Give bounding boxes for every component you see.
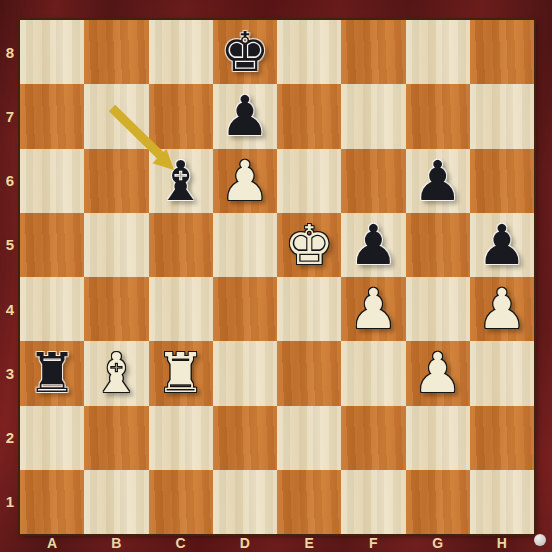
file-label-f: F	[341, 534, 405, 552]
rank-label-4: 4	[0, 277, 20, 341]
rank-label-1: 1	[0, 470, 20, 534]
piece-black-bishop[interactable]: ♝	[156, 149, 205, 213]
square-d7[interactable]: ♟	[213, 84, 277, 148]
chess-board[interactable]: ♚♟♝♟♟♚♟♟♟♟♜♝♜♟	[20, 20, 534, 534]
square-a4[interactable]	[20, 277, 84, 341]
file-label-g: G	[406, 534, 470, 552]
rank-label-3: 3	[0, 341, 20, 405]
square-f5[interactable]: ♟	[341, 213, 405, 277]
square-g7[interactable]	[406, 84, 470, 148]
square-b3[interactable]: ♝	[84, 341, 148, 405]
square-b1[interactable]	[84, 470, 148, 534]
square-g5[interactable]	[406, 213, 470, 277]
square-e8[interactable]	[277, 20, 341, 84]
square-c7[interactable]	[149, 84, 213, 148]
square-b8[interactable]	[84, 20, 148, 84]
square-h1[interactable]	[470, 470, 534, 534]
square-d6[interactable]: ♟	[213, 149, 277, 213]
square-d4[interactable]	[213, 277, 277, 341]
square-h2[interactable]	[470, 406, 534, 470]
piece-black-pawn[interactable]: ♟	[220, 84, 269, 148]
square-a7[interactable]	[20, 84, 84, 148]
corner-dot	[534, 534, 546, 546]
square-e2[interactable]	[277, 406, 341, 470]
square-d3[interactable]	[213, 341, 277, 405]
square-b5[interactable]	[84, 213, 148, 277]
square-g6[interactable]: ♟	[406, 149, 470, 213]
square-e4[interactable]	[277, 277, 341, 341]
square-c3[interactable]: ♜	[149, 341, 213, 405]
square-a3[interactable]: ♜	[20, 341, 84, 405]
square-g4[interactable]	[406, 277, 470, 341]
square-h5[interactable]: ♟	[470, 213, 534, 277]
square-g2[interactable]	[406, 406, 470, 470]
square-g8[interactable]	[406, 20, 470, 84]
piece-white-rook[interactable]: ♜	[156, 341, 205, 405]
square-e5[interactable]: ♚	[277, 213, 341, 277]
square-f8[interactable]	[341, 20, 405, 84]
piece-white-pawn[interactable]: ♟	[349, 277, 398, 341]
square-d8[interactable]: ♚	[213, 20, 277, 84]
square-c2[interactable]	[149, 406, 213, 470]
square-c1[interactable]	[149, 470, 213, 534]
square-e7[interactable]	[277, 84, 341, 148]
square-a5[interactable]	[20, 213, 84, 277]
square-h4[interactable]: ♟	[470, 277, 534, 341]
piece-white-bishop[interactable]: ♝	[92, 341, 141, 405]
square-d1[interactable]	[213, 470, 277, 534]
square-g3[interactable]: ♟	[406, 341, 470, 405]
square-h8[interactable]	[470, 20, 534, 84]
piece-black-rook[interactable]: ♜	[27, 341, 76, 405]
square-c5[interactable]	[149, 213, 213, 277]
piece-white-king[interactable]: ♚	[284, 213, 333, 277]
file-label-a: A	[20, 534, 84, 552]
file-label-d: D	[213, 534, 277, 552]
square-a2[interactable]	[20, 406, 84, 470]
square-e1[interactable]	[277, 470, 341, 534]
square-e6[interactable]	[277, 149, 341, 213]
square-a8[interactable]	[20, 20, 84, 84]
square-d2[interactable]	[213, 406, 277, 470]
square-g1[interactable]	[406, 470, 470, 534]
rank-label-8: 8	[0, 20, 20, 84]
piece-black-pawn[interactable]: ♟	[349, 213, 398, 277]
square-h7[interactable]	[470, 84, 534, 148]
square-f3[interactable]	[341, 341, 405, 405]
square-h6[interactable]	[470, 149, 534, 213]
piece-white-pawn[interactable]: ♟	[477, 277, 526, 341]
square-f6[interactable]	[341, 149, 405, 213]
piece-black-pawn[interactable]: ♟	[413, 149, 462, 213]
square-c8[interactable]	[149, 20, 213, 84]
square-f4[interactable]: ♟	[341, 277, 405, 341]
square-b2[interactable]	[84, 406, 148, 470]
rank-labels: 87654321	[0, 20, 20, 534]
file-label-h: H	[470, 534, 534, 552]
square-e3[interactable]	[277, 341, 341, 405]
square-f2[interactable]	[341, 406, 405, 470]
piece-white-pawn[interactable]: ♟	[413, 341, 462, 405]
square-b6[interactable]	[84, 149, 148, 213]
rank-label-7: 7	[0, 84, 20, 148]
square-c6[interactable]: ♝	[149, 149, 213, 213]
rank-label-5: 5	[0, 213, 20, 277]
square-b7[interactable]	[84, 84, 148, 148]
file-label-e: E	[277, 534, 341, 552]
piece-black-king[interactable]: ♚	[220, 20, 269, 84]
rank-label-2: 2	[0, 406, 20, 470]
file-label-c: C	[149, 534, 213, 552]
piece-black-pawn[interactable]: ♟	[477, 213, 526, 277]
square-d5[interactable]	[213, 213, 277, 277]
square-f7[interactable]	[341, 84, 405, 148]
square-c4[interactable]	[149, 277, 213, 341]
chess-diagram: 87654321 ♚♟♝♟♟♚♟♟♟♟♜♝♜♟ ABCDEFGH	[0, 0, 552, 552]
square-f1[interactable]	[341, 470, 405, 534]
file-labels: ABCDEFGH	[20, 534, 534, 552]
square-a6[interactable]	[20, 149, 84, 213]
file-label-b: B	[84, 534, 148, 552]
square-a1[interactable]	[20, 470, 84, 534]
square-b4[interactable]	[84, 277, 148, 341]
square-h3[interactable]	[470, 341, 534, 405]
piece-white-pawn[interactable]: ♟	[220, 149, 269, 213]
rank-label-6: 6	[0, 149, 20, 213]
